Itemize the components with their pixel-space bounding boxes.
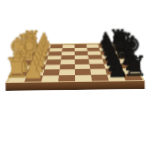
chess-set-photo: ♜♟♟♜♞♟♟♞♝♟♟♝♛♟♟♛♚♟♟♚♝♟♟♝♞♟♟♞♜♟♟♜ — [0, 0, 150, 150]
piece-white-pawn: ♟ — [22, 58, 44, 82]
chess-board: ♜♟♟♜♞♟♟♞♝♟♟♝♛♟♟♛♚♟♟♚♝♟♟♝♞♟♟♞♜♟♟♜ — [5, 43, 145, 83]
piece-black-rook: ♜ — [121, 53, 146, 81]
board-scene: ♜♟♟♜♞♟♟♞♝♟♟♝♛♟♟♛♚♟♟♚♝♟♟♝♞♟♟♞♜♟♟♜ — [3, 0, 145, 83]
square-f5 — [75, 64, 90, 69]
square-h2: ♟ — [24, 75, 43, 81]
square-h8: ♜ — [123, 74, 143, 80]
